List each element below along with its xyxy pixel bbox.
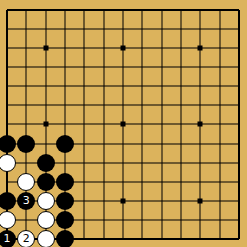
intersection-9-11[interactable] — [171, 210, 190, 229]
intersection-12-2[interactable] — [229, 39, 247, 58]
intersection-5-6[interactable] — [94, 115, 113, 134]
intersection-3-6[interactable] — [55, 115, 74, 134]
intersection-8-10[interactable] — [152, 191, 171, 210]
intersection-2-7[interactable] — [36, 134, 55, 153]
black-stone — [0, 192, 16, 210]
intersection-4-4[interactable] — [75, 77, 94, 96]
intersection-7-3[interactable] — [133, 58, 152, 77]
move-number: 3 — [23, 195, 30, 206]
intersection-12-7[interactable] — [229, 134, 247, 153]
intersection-0-12[interactable]: 1 — [0, 229, 17, 247]
intersection-1-0[interactable] — [17, 0, 36, 19]
intersection-6-4[interactable] — [113, 77, 132, 96]
intersection-5-5[interactable] — [94, 96, 113, 115]
intersection-11-0[interactable] — [210, 0, 229, 19]
intersection-11-12[interactable] — [210, 229, 229, 247]
intersection-0-3[interactable] — [0, 58, 17, 77]
intersection-2-11[interactable] — [36, 210, 55, 229]
intersection-1-5[interactable] — [17, 96, 36, 115]
intersection-7-11[interactable] — [133, 210, 152, 229]
intersection-5-8[interactable] — [94, 153, 113, 172]
intersection-0-6[interactable] — [0, 115, 17, 134]
black-stone — [17, 135, 35, 153]
intersection-10-2[interactable] — [191, 39, 210, 58]
intersection-3-0[interactable] — [55, 0, 74, 19]
intersection-10-5[interactable] — [191, 96, 210, 115]
intersection-9-4[interactable] — [171, 77, 190, 96]
black-stone: 3 — [17, 192, 35, 210]
intersection-8-8[interactable] — [152, 153, 171, 172]
intersection-5-9[interactable] — [94, 172, 113, 191]
black-stone — [0, 135, 16, 153]
intersection-4-8[interactable] — [75, 153, 94, 172]
white-stone — [17, 173, 35, 191]
intersection-0-2[interactable] — [0, 39, 17, 58]
intersection-4-12[interactable] — [75, 229, 94, 247]
intersection-11-5[interactable] — [210, 96, 229, 115]
star-point — [198, 122, 203, 127]
intersection-3-5[interactable] — [55, 96, 74, 115]
intersection-6-1[interactable] — [113, 20, 132, 39]
intersection-12-0[interactable] — [229, 0, 247, 19]
intersection-8-6[interactable] — [152, 115, 171, 134]
intersection-0-9[interactable] — [0, 172, 17, 191]
intersection-0-0[interactable] — [0, 0, 17, 19]
black-stone — [56, 211, 74, 229]
intersection-7-0[interactable] — [133, 0, 152, 19]
intersection-4-10[interactable] — [75, 191, 94, 210]
intersection-11-7[interactable] — [210, 134, 229, 153]
intersection-4-1[interactable] — [75, 20, 94, 39]
intersection-12-8[interactable] — [229, 153, 247, 172]
intersection-7-9[interactable] — [133, 172, 152, 191]
intersection-12-12[interactable] — [229, 229, 247, 247]
white-stone — [0, 154, 16, 172]
intersection-4-0[interactable] — [75, 0, 94, 19]
intersection-5-4[interactable] — [94, 77, 113, 96]
intersection-6-12[interactable] — [113, 229, 132, 247]
intersection-12-10[interactable] — [229, 191, 247, 210]
intersection-10-7[interactable] — [191, 134, 210, 153]
intersection-2-1[interactable] — [36, 20, 55, 39]
intersection-1-3[interactable] — [17, 58, 36, 77]
intersection-11-6[interactable] — [210, 115, 229, 134]
intersection-5-0[interactable] — [94, 0, 113, 19]
intersection-8-7[interactable] — [152, 134, 171, 153]
black-stone — [37, 154, 55, 172]
intersection-9-1[interactable] — [171, 20, 190, 39]
intersection-7-4[interactable] — [133, 77, 152, 96]
intersection-7-10[interactable] — [133, 191, 152, 210]
intersection-5-1[interactable] — [94, 20, 113, 39]
white-stone — [0, 211, 16, 229]
intersection-8-11[interactable] — [152, 210, 171, 229]
board-grid: 312 — [0, 0, 247, 247]
intersection-10-3[interactable] — [191, 58, 210, 77]
intersection-6-6[interactable] — [113, 115, 132, 134]
intersection-5-10[interactable] — [94, 191, 113, 210]
intersection-4-11[interactable] — [75, 210, 94, 229]
intersection-8-12[interactable] — [152, 229, 171, 247]
intersection-12-9[interactable] — [229, 172, 247, 191]
intersection-5-2[interactable] — [94, 39, 113, 58]
intersection-0-7[interactable] — [0, 134, 17, 153]
intersection-7-1[interactable] — [133, 20, 152, 39]
intersection-0-4[interactable] — [0, 77, 17, 96]
intersection-6-9[interactable] — [113, 172, 132, 191]
star-point — [198, 198, 203, 203]
intersection-12-5[interactable] — [229, 96, 247, 115]
star-point — [120, 122, 125, 127]
intersection-10-4[interactable] — [191, 77, 210, 96]
intersection-1-9[interactable] — [17, 172, 36, 191]
intersection-8-1[interactable] — [152, 20, 171, 39]
black-stone — [56, 230, 74, 247]
intersection-8-5[interactable] — [152, 96, 171, 115]
intersection-0-5[interactable] — [0, 96, 17, 115]
intersection-4-9[interactable] — [75, 172, 94, 191]
intersection-2-12[interactable] — [36, 229, 55, 247]
intersection-7-2[interactable] — [133, 39, 152, 58]
intersection-1-11[interactable] — [17, 210, 36, 229]
intersection-2-8[interactable] — [36, 153, 55, 172]
intersection-10-1[interactable] — [191, 20, 210, 39]
intersection-11-2[interactable] — [210, 39, 229, 58]
intersection-9-5[interactable] — [171, 96, 190, 115]
white-stone — [37, 230, 55, 247]
intersection-6-2[interactable] — [113, 39, 132, 58]
intersection-2-4[interactable] — [36, 77, 55, 96]
intersection-11-3[interactable] — [210, 58, 229, 77]
intersection-3-7[interactable] — [55, 134, 74, 153]
white-stone — [37, 192, 55, 210]
intersection-8-0[interactable] — [152, 0, 171, 19]
intersection-2-2[interactable] — [36, 39, 55, 58]
intersection-6-3[interactable] — [113, 58, 132, 77]
intersection-10-6[interactable] — [191, 115, 210, 134]
intersection-7-8[interactable] — [133, 153, 152, 172]
move-number: 1 — [4, 233, 11, 244]
intersection-1-8[interactable] — [17, 153, 36, 172]
intersection-3-3[interactable] — [55, 58, 74, 77]
intersection-12-11[interactable] — [229, 210, 247, 229]
intersection-9-3[interactable] — [171, 58, 190, 77]
intersection-0-11[interactable] — [0, 210, 17, 229]
intersection-3-1[interactable] — [55, 20, 74, 39]
intersection-6-8[interactable] — [113, 153, 132, 172]
black-stone: 1 — [0, 230, 16, 247]
intersection-0-10[interactable] — [0, 191, 17, 210]
intersection-4-2[interactable] — [75, 39, 94, 58]
intersection-3-12[interactable] — [55, 229, 74, 247]
intersection-9-10[interactable] — [171, 191, 190, 210]
intersection-10-0[interactable] — [191, 0, 210, 19]
intersection-9-9[interactable] — [171, 172, 190, 191]
intersection-10-11[interactable] — [191, 210, 210, 229]
intersection-5-11[interactable] — [94, 210, 113, 229]
intersection-1-12[interactable]: 2 — [17, 229, 36, 247]
intersection-1-2[interactable] — [17, 39, 36, 58]
intersection-5-12[interactable] — [94, 229, 113, 247]
intersection-2-5[interactable] — [36, 96, 55, 115]
black-stone — [37, 173, 55, 191]
intersection-12-3[interactable] — [229, 58, 247, 77]
white-stone: 2 — [17, 230, 35, 247]
intersection-2-3[interactable] — [36, 58, 55, 77]
intersection-3-11[interactable] — [55, 210, 74, 229]
intersection-3-10[interactable] — [55, 191, 74, 210]
intersection-12-6[interactable] — [229, 115, 247, 134]
intersection-4-7[interactable] — [75, 134, 94, 153]
intersection-8-4[interactable] — [152, 77, 171, 96]
intersection-11-9[interactable] — [210, 172, 229, 191]
intersection-12-1[interactable] — [229, 20, 247, 39]
intersection-11-4[interactable] — [210, 77, 229, 96]
black-stone — [56, 173, 74, 191]
go-board: 312 — [0, 0, 247, 247]
intersection-1-6[interactable] — [17, 115, 36, 134]
intersection-10-9[interactable] — [191, 172, 210, 191]
intersection-6-10[interactable] — [113, 191, 132, 210]
star-point — [198, 46, 203, 51]
intersection-8-9[interactable] — [152, 172, 171, 191]
white-stone — [37, 211, 55, 229]
intersection-9-0[interactable] — [171, 0, 190, 19]
intersection-4-6[interactable] — [75, 115, 94, 134]
intersection-2-10[interactable] — [36, 191, 55, 210]
star-point — [43, 122, 48, 127]
black-stone — [56, 135, 74, 153]
intersection-11-11[interactable] — [210, 210, 229, 229]
intersection-3-9[interactable] — [55, 172, 74, 191]
intersection-3-2[interactable] — [55, 39, 74, 58]
move-number: 2 — [23, 233, 30, 244]
intersection-8-3[interactable] — [152, 58, 171, 77]
intersection-1-1[interactable] — [17, 20, 36, 39]
intersection-2-9[interactable] — [36, 172, 55, 191]
intersection-7-12[interactable] — [133, 229, 152, 247]
intersection-6-7[interactable] — [113, 134, 132, 153]
intersection-5-3[interactable] — [94, 58, 113, 77]
intersection-10-12[interactable] — [191, 229, 210, 247]
intersection-4-3[interactable] — [75, 58, 94, 77]
star-point — [120, 198, 125, 203]
intersection-1-4[interactable] — [17, 77, 36, 96]
intersection-6-0[interactable] — [113, 0, 132, 19]
intersection-7-6[interactable] — [133, 115, 152, 134]
intersection-1-10[interactable]: 3 — [17, 191, 36, 210]
intersection-1-7[interactable] — [17, 134, 36, 153]
intersection-11-10[interactable] — [210, 191, 229, 210]
intersection-3-8[interactable] — [55, 153, 74, 172]
intersection-10-8[interactable] — [191, 153, 210, 172]
black-stone — [56, 192, 74, 210]
intersection-0-8[interactable] — [0, 153, 17, 172]
intersection-6-11[interactable] — [113, 210, 132, 229]
intersection-11-1[interactable] — [210, 20, 229, 39]
intersection-3-4[interactable] — [55, 77, 74, 96]
intersection-11-8[interactable] — [210, 153, 229, 172]
star-point — [43, 46, 48, 51]
intersection-9-6[interactable] — [171, 115, 190, 134]
intersection-4-5[interactable] — [75, 96, 94, 115]
intersection-12-4[interactable] — [229, 77, 247, 96]
intersection-6-5[interactable] — [113, 96, 132, 115]
intersection-7-5[interactable] — [133, 96, 152, 115]
intersection-2-0[interactable] — [36, 0, 55, 19]
intersection-5-7[interactable] — [94, 134, 113, 153]
intersection-9-12[interactable] — [171, 229, 190, 247]
intersection-8-2[interactable] — [152, 39, 171, 58]
intersection-9-7[interactable] — [171, 134, 190, 153]
intersection-0-1[interactable] — [0, 20, 17, 39]
intersection-10-10[interactable] — [191, 191, 210, 210]
intersection-9-8[interactable] — [171, 153, 190, 172]
intersection-2-6[interactable] — [36, 115, 55, 134]
intersection-9-2[interactable] — [171, 39, 190, 58]
intersection-7-7[interactable] — [133, 134, 152, 153]
star-point — [120, 46, 125, 51]
